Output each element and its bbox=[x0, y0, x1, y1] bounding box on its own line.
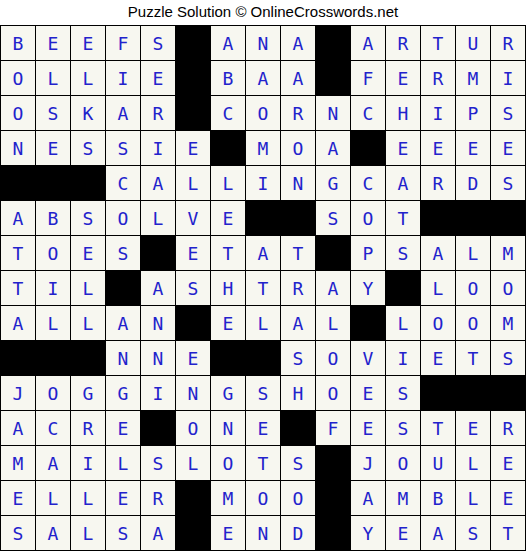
letter-cell: S bbox=[176, 271, 210, 305]
block-cell bbox=[141, 236, 175, 270]
letter-cell: S bbox=[141, 26, 175, 60]
letter-cell: R bbox=[386, 26, 420, 60]
letter-cell: I bbox=[141, 131, 175, 165]
letter-cell: E bbox=[176, 131, 210, 165]
block-cell bbox=[316, 481, 350, 515]
letter-cell: E bbox=[491, 131, 525, 165]
block-cell bbox=[1, 166, 35, 200]
letter-cell: S bbox=[491, 341, 525, 375]
letter-cell: E bbox=[141, 61, 175, 95]
letter-cell: Y bbox=[351, 271, 385, 305]
letter-cell: O bbox=[176, 411, 210, 445]
letter-cell: R bbox=[491, 26, 525, 60]
letter-cell: C bbox=[351, 166, 385, 200]
letter-cell: N bbox=[246, 26, 280, 60]
letter-cell: L bbox=[106, 446, 140, 480]
letter-cell: I bbox=[421, 96, 455, 130]
letter-cell: J bbox=[351, 446, 385, 480]
letter-cell: S bbox=[281, 341, 315, 375]
block-cell bbox=[1, 341, 35, 375]
block-cell bbox=[316, 516, 350, 550]
letter-cell: S bbox=[386, 376, 420, 410]
letter-cell: T bbox=[421, 26, 455, 60]
letter-cell: S bbox=[106, 131, 140, 165]
block-cell bbox=[176, 516, 210, 550]
letter-cell: S bbox=[246, 376, 280, 410]
letter-cell: O bbox=[386, 446, 420, 480]
letter-cell: A bbox=[36, 446, 70, 480]
letter-cell: A bbox=[316, 131, 350, 165]
letter-cell: L bbox=[456, 446, 490, 480]
letter-cell: N bbox=[141, 341, 175, 375]
letter-cell: O bbox=[456, 306, 490, 340]
letter-cell: L bbox=[211, 166, 245, 200]
letter-cell: A bbox=[141, 516, 175, 550]
letter-cell: E bbox=[421, 341, 455, 375]
letter-cell: R bbox=[491, 411, 525, 445]
letter-cell: C bbox=[351, 96, 385, 130]
block-cell bbox=[316, 446, 350, 480]
letter-cell: L bbox=[71, 61, 105, 95]
letter-cell: A bbox=[211, 26, 245, 60]
letter-cell: T bbox=[1, 271, 35, 305]
letter-cell: E bbox=[106, 411, 140, 445]
letter-cell: T bbox=[386, 201, 420, 235]
letter-cell: A bbox=[141, 166, 175, 200]
letter-cell: I bbox=[106, 61, 140, 95]
letter-cell: A bbox=[36, 516, 70, 550]
letter-cell: G bbox=[316, 166, 350, 200]
letter-cell: S bbox=[456, 516, 490, 550]
block-cell bbox=[36, 341, 70, 375]
letter-cell: L bbox=[141, 201, 175, 235]
letter-cell: L bbox=[316, 306, 350, 340]
letter-cell: O bbox=[456, 271, 490, 305]
block-cell bbox=[36, 166, 70, 200]
letter-cell: E bbox=[386, 516, 420, 550]
letter-cell: M bbox=[246, 131, 280, 165]
letter-cell: B bbox=[1, 26, 35, 60]
letter-cell: T bbox=[281, 236, 315, 270]
block-cell bbox=[316, 236, 350, 270]
letter-cell: O bbox=[281, 481, 315, 515]
letter-cell: L bbox=[71, 306, 105, 340]
block-cell bbox=[176, 96, 210, 130]
block-cell bbox=[281, 411, 315, 445]
letter-cell: E bbox=[386, 61, 420, 95]
letter-cell: L bbox=[71, 516, 105, 550]
block-cell bbox=[281, 201, 315, 235]
block-cell bbox=[211, 131, 245, 165]
letter-cell: O bbox=[421, 306, 455, 340]
letter-cell: V bbox=[351, 341, 385, 375]
letter-cell: A bbox=[246, 61, 280, 95]
letter-cell: N bbox=[211, 411, 245, 445]
letter-cell: O bbox=[246, 96, 280, 130]
letter-cell: E bbox=[36, 26, 70, 60]
letter-cell: O bbox=[351, 201, 385, 235]
letter-cell: S bbox=[71, 201, 105, 235]
letter-cell: L bbox=[456, 481, 490, 515]
letter-cell: E bbox=[351, 376, 385, 410]
letter-cell: R bbox=[141, 481, 175, 515]
block-cell bbox=[246, 201, 280, 235]
letter-cell: O bbox=[36, 236, 70, 270]
letter-cell: E bbox=[71, 26, 105, 60]
block-cell bbox=[491, 201, 525, 235]
letter-cell: T bbox=[421, 411, 455, 445]
letter-cell: L bbox=[421, 271, 455, 305]
block-cell bbox=[456, 376, 490, 410]
letter-cell: E bbox=[1, 481, 35, 515]
block-cell bbox=[141, 411, 175, 445]
block-cell bbox=[456, 201, 490, 235]
letter-cell: B bbox=[36, 201, 70, 235]
letter-cell: O bbox=[316, 376, 350, 410]
letter-cell: A bbox=[1, 411, 35, 445]
letter-cell: L bbox=[456, 236, 490, 270]
letter-cell: G bbox=[71, 376, 105, 410]
block-cell bbox=[421, 376, 455, 410]
letter-cell: S bbox=[141, 446, 175, 480]
letter-cell: E bbox=[211, 516, 245, 550]
block-cell bbox=[246, 341, 280, 375]
letter-cell: A bbox=[106, 306, 140, 340]
letter-cell: H bbox=[386, 96, 420, 130]
letter-cell: U bbox=[421, 446, 455, 480]
letter-cell: H bbox=[211, 271, 245, 305]
letter-cell: M bbox=[456, 61, 490, 95]
letter-cell: E bbox=[421, 131, 455, 165]
letter-cell: S bbox=[386, 411, 420, 445]
letter-cell: I bbox=[36, 271, 70, 305]
letter-cell: S bbox=[106, 516, 140, 550]
letter-cell: Y bbox=[351, 516, 385, 550]
letter-cell: I bbox=[141, 376, 175, 410]
letter-cell: R bbox=[141, 96, 175, 130]
letter-cell: O bbox=[491, 271, 525, 305]
letter-cell: M bbox=[211, 481, 245, 515]
letter-cell: R bbox=[421, 61, 455, 95]
letter-cell: A bbox=[351, 481, 385, 515]
letter-cell: T bbox=[246, 446, 280, 480]
letter-cell: E bbox=[211, 201, 245, 235]
letter-cell: C bbox=[211, 96, 245, 130]
letter-cell: P bbox=[351, 236, 385, 270]
crossword-grid: BEEFSANAARTUROLLIEBAAFERMIOSKARCORNCHIPS… bbox=[0, 25, 526, 551]
letter-cell: E bbox=[106, 481, 140, 515]
letter-cell: C bbox=[106, 166, 140, 200]
letter-cell: A bbox=[1, 306, 35, 340]
letter-cell: S bbox=[386, 236, 420, 270]
letter-cell: R bbox=[281, 271, 315, 305]
letter-cell: I bbox=[71, 446, 105, 480]
letter-cell: A bbox=[106, 96, 140, 130]
letter-cell: I bbox=[246, 166, 280, 200]
letter-cell: M bbox=[386, 481, 420, 515]
letter-cell: E bbox=[351, 411, 385, 445]
letter-cell: A bbox=[316, 271, 350, 305]
letter-cell: O bbox=[316, 341, 350, 375]
letter-cell: L bbox=[246, 306, 280, 340]
letter-cell: G bbox=[211, 376, 245, 410]
block-cell bbox=[316, 61, 350, 95]
letter-cell: M bbox=[491, 306, 525, 340]
block-cell bbox=[211, 341, 245, 375]
letter-cell: S bbox=[491, 96, 525, 130]
block-cell bbox=[316, 26, 350, 60]
letter-cell: P bbox=[456, 96, 490, 130]
letter-cell: T bbox=[491, 516, 525, 550]
letter-cell: L bbox=[386, 306, 420, 340]
letter-cell: L bbox=[36, 61, 70, 95]
letter-cell: R bbox=[281, 96, 315, 130]
letter-cell: E bbox=[176, 341, 210, 375]
letter-cell: O bbox=[1, 96, 35, 130]
letter-cell: A bbox=[386, 166, 420, 200]
letter-cell: L bbox=[176, 166, 210, 200]
letter-cell: S bbox=[316, 201, 350, 235]
letter-cell: R bbox=[421, 166, 455, 200]
letter-cell: F bbox=[316, 411, 350, 445]
letter-cell: T bbox=[246, 271, 280, 305]
block-cell bbox=[71, 166, 105, 200]
letter-cell: A bbox=[1, 201, 35, 235]
letter-cell: C bbox=[36, 411, 70, 445]
letter-cell: R bbox=[71, 411, 105, 445]
letter-cell: F bbox=[351, 61, 385, 95]
letter-cell: U bbox=[456, 26, 490, 60]
letter-cell: N bbox=[246, 516, 280, 550]
letter-cell: E bbox=[456, 411, 490, 445]
letter-cell: S bbox=[491, 166, 525, 200]
letter-cell: O bbox=[246, 481, 280, 515]
letter-cell: I bbox=[386, 341, 420, 375]
letter-cell: N bbox=[316, 96, 350, 130]
block-cell bbox=[71, 341, 105, 375]
letter-cell: N bbox=[1, 131, 35, 165]
letter-cell: E bbox=[71, 236, 105, 270]
letter-cell: T bbox=[211, 236, 245, 270]
letter-cell: M bbox=[491, 236, 525, 270]
block-cell bbox=[176, 61, 210, 95]
letter-cell: D bbox=[456, 166, 490, 200]
letter-cell: E bbox=[491, 446, 525, 480]
block-cell bbox=[386, 271, 420, 305]
letter-cell: N bbox=[281, 166, 315, 200]
letter-cell: T bbox=[456, 341, 490, 375]
letter-cell: O bbox=[211, 446, 245, 480]
letter-cell: E bbox=[456, 131, 490, 165]
letter-cell: D bbox=[281, 516, 315, 550]
letter-cell: O bbox=[1, 61, 35, 95]
letter-cell: N bbox=[106, 341, 140, 375]
letter-cell: E bbox=[491, 481, 525, 515]
block-cell bbox=[351, 306, 385, 340]
letter-cell: L bbox=[176, 446, 210, 480]
letter-cell: A bbox=[281, 306, 315, 340]
letter-cell: E bbox=[386, 131, 420, 165]
block-cell bbox=[176, 26, 210, 60]
letter-cell: O bbox=[281, 131, 315, 165]
letter-cell: E bbox=[211, 306, 245, 340]
letter-cell: F bbox=[106, 26, 140, 60]
letter-cell: L bbox=[36, 306, 70, 340]
letter-cell: L bbox=[71, 271, 105, 305]
letter-cell: S bbox=[1, 516, 35, 550]
block-cell bbox=[421, 201, 455, 235]
letter-cell: N bbox=[176, 376, 210, 410]
letter-cell: A bbox=[281, 26, 315, 60]
block-cell bbox=[491, 376, 525, 410]
letter-cell: N bbox=[141, 306, 175, 340]
block-cell bbox=[176, 481, 210, 515]
letter-cell: E bbox=[246, 411, 280, 445]
letter-cell: H bbox=[281, 376, 315, 410]
letter-cell: S bbox=[36, 96, 70, 130]
letter-cell: A bbox=[351, 26, 385, 60]
block-cell bbox=[351, 131, 385, 165]
letter-cell: B bbox=[421, 481, 455, 515]
letter-cell: A bbox=[141, 271, 175, 305]
letter-cell: L bbox=[36, 481, 70, 515]
block-cell bbox=[176, 306, 210, 340]
letter-cell: O bbox=[106, 201, 140, 235]
letter-cell: M bbox=[1, 446, 35, 480]
letter-cell: O bbox=[36, 376, 70, 410]
letter-cell: E bbox=[36, 131, 70, 165]
letter-cell: S bbox=[281, 446, 315, 480]
letter-cell: A bbox=[421, 236, 455, 270]
letter-cell: J bbox=[1, 376, 35, 410]
letter-cell: A bbox=[281, 61, 315, 95]
letter-cell: G bbox=[106, 376, 140, 410]
letter-cell: E bbox=[176, 236, 210, 270]
puzzle-solution-page: Puzzle Solution © OnlineCrosswords.net B… bbox=[0, 0, 526, 551]
letter-cell: A bbox=[246, 236, 280, 270]
letter-cell: K bbox=[71, 96, 105, 130]
letter-cell: T bbox=[1, 236, 35, 270]
letter-cell: I bbox=[491, 61, 525, 95]
page-title: Puzzle Solution © OnlineCrosswords.net bbox=[0, 0, 526, 25]
letter-cell: A bbox=[421, 516, 455, 550]
letter-cell: V bbox=[176, 201, 210, 235]
letter-cell: S bbox=[71, 131, 105, 165]
letter-cell: L bbox=[71, 481, 105, 515]
letter-cell: S bbox=[106, 236, 140, 270]
letter-cell: B bbox=[211, 61, 245, 95]
block-cell bbox=[106, 271, 140, 305]
